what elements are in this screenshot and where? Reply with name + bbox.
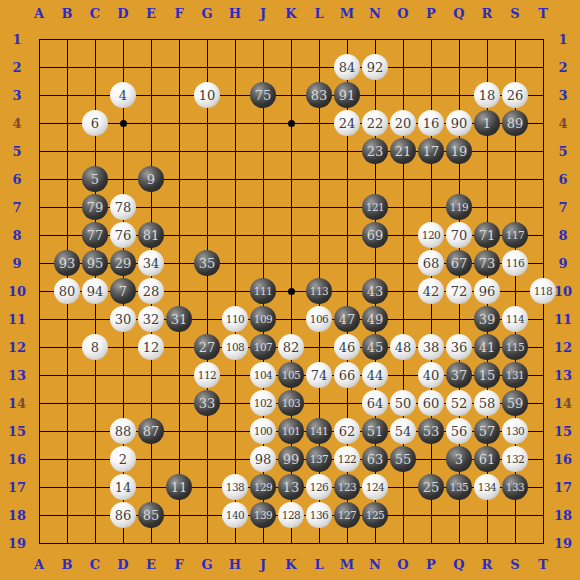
black-stone-E8[interactable]: 81 (138, 222, 164, 248)
black-stone-J11[interactable]: 109 (250, 306, 276, 332)
row-label-digit: 1 (8, 452, 17, 467)
black-stone-L3[interactable]: 83 (306, 82, 332, 108)
white-stone-J16[interactable]: 98 (250, 446, 276, 472)
stone-move-number: 61 (479, 452, 496, 467)
row-label-digit: 5 (17, 424, 26, 439)
white-stone-G13[interactable]: 112 (194, 362, 220, 388)
col-label-top: F (165, 5, 193, 22)
row-label-digit: 9 (12, 256, 21, 271)
row-label-right: 17 (546, 479, 580, 496)
stone-move-number: 34 (143, 256, 160, 271)
white-stone-R17[interactable]: 134 (474, 474, 500, 500)
stone-move-number: 13 (283, 480, 300, 495)
row-label-right: 19 (546, 535, 580, 552)
white-stone-M15[interactable]: 62 (334, 418, 360, 444)
col-label-bottom: F (165, 556, 193, 573)
white-stone-D8[interactable]: 76 (110, 222, 136, 248)
stone-move-number: 21 (395, 144, 412, 159)
black-stone-L16[interactable]: 137 (306, 446, 332, 472)
stone-move-number: 117 (506, 229, 525, 241)
stone-move-number: 60 (423, 396, 440, 411)
black-stone-O16[interactable]: 55 (390, 446, 416, 472)
stone-move-number: 87 (143, 424, 160, 439)
row-label-digit: 1 (8, 424, 17, 439)
stone-move-number: 1 (483, 116, 491, 131)
white-stone-Q8[interactable]: 70 (446, 222, 472, 248)
black-stone-S12[interactable]: 115 (502, 334, 528, 360)
white-stone-G3[interactable]: 10 (194, 82, 220, 108)
stone-move-number: 101 (282, 425, 301, 437)
stone-move-number: 43 (367, 284, 384, 299)
white-stone-T10[interactable]: 118 (530, 278, 556, 304)
black-stone-Q13[interactable]: 37 (446, 362, 472, 388)
stone-move-number: 121 (366, 201, 385, 213)
row-label-digit: 8 (17, 508, 26, 523)
stone-move-number: 76 (115, 228, 132, 243)
col-label-top: N (361, 5, 389, 22)
stone-move-number: 32 (143, 312, 160, 327)
row-label-digit: 1 (8, 508, 17, 523)
white-stone-L13[interactable]: 74 (306, 362, 332, 388)
stone-move-number: 64 (367, 396, 384, 411)
white-stone-M4[interactable]: 24 (334, 110, 360, 136)
row-label-digit: 1 (8, 340, 17, 355)
stone-move-number: 112 (198, 369, 217, 381)
row-label-left: 10 (0, 283, 34, 300)
white-stone-K18[interactable]: 128 (278, 502, 304, 528)
col-label-bottom: Q (445, 556, 473, 573)
black-stone-N15[interactable]: 51 (362, 418, 388, 444)
stone-move-number: 132 (506, 453, 525, 465)
row-label-left: 12 (0, 339, 34, 356)
col-label-bottom: G (193, 556, 221, 573)
black-stone-F11[interactable]: 31 (166, 306, 192, 332)
stone-move-number: 116 (506, 257, 525, 269)
stone-move-number: 108 (226, 341, 245, 353)
black-stone-S14[interactable]: 59 (502, 390, 528, 416)
white-stone-N13[interactable]: 44 (362, 362, 388, 388)
stone-move-number: 133 (506, 481, 525, 493)
white-stone-R3[interactable]: 18 (474, 82, 500, 108)
stone-move-number: 119 (450, 201, 469, 213)
white-stone-S16[interactable]: 132 (502, 446, 528, 472)
stone-move-number: 31 (171, 312, 188, 327)
black-stone-R13[interactable]: 15 (474, 362, 500, 388)
black-stone-N7[interactable]: 121 (362, 194, 388, 220)
stone-move-number: 130 (506, 425, 525, 437)
black-stone-N12[interactable]: 45 (362, 334, 388, 360)
col-label-top: M (333, 5, 361, 22)
black-stone-B9[interactable]: 93 (54, 250, 80, 276)
stone-move-number: 125 (366, 509, 385, 521)
stone-move-number: 70 (451, 228, 468, 243)
stone-move-number: 46 (339, 340, 356, 355)
row-label-digit: 1 (8, 536, 17, 551)
black-stone-S17[interactable]: 133 (502, 474, 528, 500)
black-stone-J10[interactable]: 111 (250, 278, 276, 304)
stone-move-number: 118 (534, 285, 553, 297)
row-label-digit: 2 (17, 340, 26, 355)
white-stone-L18[interactable]: 136 (306, 502, 332, 528)
white-stone-P12[interactable]: 38 (418, 334, 444, 360)
black-stone-D9[interactable]: 29 (110, 250, 136, 276)
white-stone-E10[interactable]: 28 (138, 278, 164, 304)
row-label-right: 6 (546, 171, 580, 188)
black-stone-J17[interactable]: 129 (250, 474, 276, 500)
black-stone-S13[interactable]: 131 (502, 362, 528, 388)
black-stone-K16[interactable]: 99 (278, 446, 304, 472)
stone-move-number: 111 (254, 285, 273, 297)
white-stone-D7[interactable]: 78 (110, 194, 136, 220)
black-stone-K17[interactable]: 13 (278, 474, 304, 500)
row-label-digit: 1 (554, 480, 563, 495)
black-stone-S4[interactable]: 89 (502, 110, 528, 136)
white-stone-Q15[interactable]: 56 (446, 418, 472, 444)
white-stone-J13[interactable]: 104 (250, 362, 276, 388)
stone-move-number: 140 (226, 509, 245, 521)
white-stone-S15[interactable]: 130 (502, 418, 528, 444)
black-stone-Q9[interactable]: 67 (446, 250, 472, 276)
row-label-right: 13 (546, 367, 580, 384)
black-stone-C7[interactable]: 79 (82, 194, 108, 220)
stone-move-number: 80 (59, 284, 76, 299)
stone-move-number: 96 (479, 284, 496, 299)
stone-move-number: 24 (339, 116, 356, 131)
white-stone-P8[interactable]: 120 (418, 222, 444, 248)
white-stone-R10[interactable]: 96 (474, 278, 500, 304)
white-stone-N17[interactable]: 124 (362, 474, 388, 500)
col-label-top: T (529, 5, 557, 22)
white-stone-N14[interactable]: 64 (362, 390, 388, 416)
col-label-bottom: A (25, 556, 53, 573)
black-stone-J3[interactable]: 75 (250, 82, 276, 108)
row-label-left: 3 (0, 87, 34, 104)
stone-move-number: 50 (395, 396, 412, 411)
stone-move-number: 55 (395, 452, 412, 467)
white-stone-K12[interactable]: 82 (278, 334, 304, 360)
row-label-left: 14 (0, 395, 34, 412)
stone-move-number: 135 (450, 481, 469, 493)
stone-move-number: 131 (506, 369, 525, 381)
white-stone-D16[interactable]: 2 (110, 446, 136, 472)
white-stone-H18[interactable]: 140 (222, 502, 248, 528)
black-stone-K14[interactable]: 103 (278, 390, 304, 416)
stone-move-number: 126 (310, 481, 329, 493)
white-stone-Q4[interactable]: 90 (446, 110, 472, 136)
col-label-top: L (305, 5, 333, 22)
row-label-digit: 1 (554, 396, 563, 411)
white-stone-O4[interactable]: 20 (390, 110, 416, 136)
black-stone-C6[interactable]: 5 (82, 166, 108, 192)
white-stone-M12[interactable]: 46 (334, 334, 360, 360)
row-label-digit: 1 (8, 480, 17, 495)
stone-move-number: 7 (119, 284, 127, 299)
stone-move-number: 27 (199, 340, 216, 355)
row-label-right: 1 (546, 31, 580, 48)
white-stone-H17[interactable]: 138 (222, 474, 248, 500)
stone-move-number: 44 (367, 368, 384, 383)
white-stone-P14[interactable]: 60 (418, 390, 444, 416)
stone-move-number: 102 (254, 397, 273, 409)
col-label-top: K (277, 5, 305, 22)
row-label-digit: 1 (554, 452, 563, 467)
white-stone-B10[interactable]: 80 (54, 278, 80, 304)
row-label-digit: 1 (554, 312, 563, 327)
row-label-digit: 1 (554, 424, 563, 439)
black-stone-M17[interactable]: 123 (334, 474, 360, 500)
black-stone-F17[interactable]: 11 (166, 474, 192, 500)
row-label-digit: 2 (558, 60, 567, 75)
black-stone-G14[interactable]: 33 (194, 390, 220, 416)
black-stone-R16[interactable]: 61 (474, 446, 500, 472)
white-stone-D3[interactable]: 4 (110, 82, 136, 108)
stone-move-number: 78 (115, 200, 132, 215)
black-stone-L10[interactable]: 113 (306, 278, 332, 304)
col-label-bottom: R (473, 556, 501, 573)
black-stone-N8[interactable]: 69 (362, 222, 388, 248)
stone-move-number: 82 (283, 340, 300, 355)
stone-move-number: 3 (455, 452, 463, 467)
stone-move-number: 136 (310, 509, 329, 521)
black-stone-C8[interactable]: 77 (82, 222, 108, 248)
black-stone-P15[interactable]: 53 (418, 418, 444, 444)
row-label-digit: 1 (554, 340, 563, 355)
row-label-digit: 1 (563, 312, 572, 327)
black-stone-J12[interactable]: 107 (250, 334, 276, 360)
stone-move-number: 68 (423, 256, 440, 271)
stone-move-number: 63 (367, 452, 384, 467)
stone-move-number: 141 (310, 425, 329, 437)
black-stone-Q17[interactable]: 135 (446, 474, 472, 500)
white-stone-D17[interactable]: 14 (110, 474, 136, 500)
stone-move-number: 12 (143, 340, 160, 355)
stone-move-number: 71 (479, 228, 496, 243)
row-label-digit: 0 (17, 284, 26, 299)
row-label-left: 11 (0, 311, 34, 328)
black-stone-R9[interactable]: 73 (474, 250, 500, 276)
white-stone-C12[interactable]: 8 (82, 334, 108, 360)
white-stone-R14[interactable]: 58 (474, 390, 500, 416)
white-stone-H11[interactable]: 110 (222, 306, 248, 332)
stone-move-number: 104 (254, 369, 273, 381)
white-stone-O15[interactable]: 54 (390, 418, 416, 444)
black-stone-S8[interactable]: 117 (502, 222, 528, 248)
stone-move-number: 99 (283, 452, 300, 467)
white-stone-N2[interactable]: 92 (362, 54, 388, 80)
stone-move-number: 37 (451, 368, 468, 383)
white-stone-J14[interactable]: 102 (250, 390, 276, 416)
row-label-digit: 7 (558, 200, 567, 215)
stone-move-number: 91 (339, 88, 356, 103)
stone-move-number: 115 (506, 341, 525, 353)
black-stone-M11[interactable]: 47 (334, 306, 360, 332)
stone-move-number: 113 (310, 285, 329, 297)
row-label-digit: 9 (17, 536, 26, 551)
stone-move-number: 89 (507, 116, 524, 131)
stone-move-number: 75 (255, 88, 272, 103)
row-label-left: 17 (0, 479, 34, 496)
white-stone-C10[interactable]: 94 (82, 278, 108, 304)
white-stone-D18[interactable]: 86 (110, 502, 136, 528)
black-stone-O5[interactable]: 21 (390, 138, 416, 164)
row-label-left: 13 (0, 367, 34, 384)
stone-move-number: 52 (451, 396, 468, 411)
row-label-left: 1 (0, 31, 34, 48)
row-label-digit: 8 (558, 228, 567, 243)
row-label-right: 2 (546, 59, 580, 76)
black-stone-R4[interactable]: 1 (474, 110, 500, 136)
stone-move-number: 42 (423, 284, 440, 299)
black-stone-J18[interactable]: 139 (250, 502, 276, 528)
white-stone-E12[interactable]: 12 (138, 334, 164, 360)
row-label-digit: 2 (12, 60, 21, 75)
white-stone-L11[interactable]: 106 (306, 306, 332, 332)
black-stone-N18[interactable]: 125 (362, 502, 388, 528)
white-stone-O14[interactable]: 50 (390, 390, 416, 416)
black-stone-G12[interactable]: 27 (194, 334, 220, 360)
black-stone-K13[interactable]: 105 (278, 362, 304, 388)
white-stone-P4[interactable]: 16 (418, 110, 444, 136)
black-stone-Q16[interactable]: 3 (446, 446, 472, 472)
row-label-left: 16 (0, 451, 34, 468)
row-label-right: 12 (546, 339, 580, 356)
col-label-top: O (389, 5, 417, 22)
white-stone-C4[interactable]: 6 (82, 110, 108, 136)
black-stone-R11[interactable]: 39 (474, 306, 500, 332)
col-label-bottom: O (389, 556, 417, 573)
white-stone-D11[interactable]: 30 (110, 306, 136, 332)
row-label-left: 5 (0, 143, 34, 160)
white-stone-J15[interactable]: 100 (250, 418, 276, 444)
col-label-bottom: B (53, 556, 81, 573)
white-stone-P13[interactable]: 40 (418, 362, 444, 388)
stone-move-number: 36 (451, 340, 468, 355)
white-stone-E9[interactable]: 34 (138, 250, 164, 276)
col-label-top: B (53, 5, 81, 22)
stone-move-number: 79 (87, 200, 104, 215)
col-label-top: P (417, 5, 445, 22)
row-label-left: 15 (0, 423, 34, 440)
black-stone-M3[interactable]: 91 (334, 82, 360, 108)
stone-move-number: 90 (451, 116, 468, 131)
white-stone-H12[interactable]: 108 (222, 334, 248, 360)
black-stone-M18[interactable]: 127 (334, 502, 360, 528)
stone-move-number: 17 (423, 144, 440, 159)
black-stone-P5[interactable]: 17 (418, 138, 444, 164)
white-stone-P9[interactable]: 68 (418, 250, 444, 276)
stone-move-number: 128 (282, 509, 301, 521)
black-stone-E6[interactable]: 9 (138, 166, 164, 192)
stone-move-number: 51 (367, 424, 384, 439)
black-stone-D10[interactable]: 7 (110, 278, 136, 304)
stone-move-number: 66 (339, 368, 356, 383)
row-label-digit: 7 (563, 480, 572, 495)
black-stone-R8[interactable]: 71 (474, 222, 500, 248)
black-stone-L15[interactable]: 141 (306, 418, 332, 444)
white-stone-L17[interactable]: 126 (306, 474, 332, 500)
white-stone-P10[interactable]: 42 (418, 278, 444, 304)
black-stone-R15[interactable]: 57 (474, 418, 500, 444)
col-label-top: S (501, 5, 529, 22)
stone-move-number: 14 (115, 480, 132, 495)
black-stone-C9[interactable]: 95 (82, 250, 108, 276)
row-label-left: 6 (0, 171, 34, 188)
black-stone-N16[interactable]: 63 (362, 446, 388, 472)
white-stone-S11[interactable]: 114 (502, 306, 528, 332)
white-stone-Q10[interactable]: 72 (446, 278, 472, 304)
black-stone-Q7[interactable]: 119 (446, 194, 472, 220)
white-stone-M2[interactable]: 84 (334, 54, 360, 80)
white-stone-E11[interactable]: 32 (138, 306, 164, 332)
stone-move-number: 88 (115, 424, 132, 439)
col-label-bottom: H (221, 556, 249, 573)
black-stone-N5[interactable]: 23 (362, 138, 388, 164)
row-label-right: 5 (546, 143, 580, 160)
black-stone-N11[interactable]: 49 (362, 306, 388, 332)
black-stone-Q5[interactable]: 19 (446, 138, 472, 164)
stone-move-number: 74 (311, 368, 328, 383)
white-stone-Q14[interactable]: 52 (446, 390, 472, 416)
black-stone-E15[interactable]: 87 (138, 418, 164, 444)
white-stone-M13[interactable]: 66 (334, 362, 360, 388)
row-label-digit: 7 (17, 480, 26, 495)
stone-move-number: 103 (282, 397, 301, 409)
col-label-bottom: J (249, 556, 277, 573)
black-stone-K15[interactable]: 101 (278, 418, 304, 444)
col-label-top: J (249, 5, 277, 22)
col-label-bottom: N (361, 556, 389, 573)
col-label-bottom: C (81, 556, 109, 573)
row-label-right: 16 (546, 451, 580, 468)
row-label-digit: 6 (12, 172, 21, 187)
row-label-digit: 1 (17, 312, 26, 327)
black-stone-N10[interactable]: 43 (362, 278, 388, 304)
stone-move-number: 8 (91, 340, 99, 355)
row-label-digit: 3 (563, 368, 572, 383)
white-stone-N4[interactable]: 22 (362, 110, 388, 136)
row-label-left: 7 (0, 199, 34, 216)
stone-move-number: 137 (310, 453, 329, 465)
row-label-digit: 1 (558, 32, 567, 47)
white-stone-D15[interactable]: 88 (110, 418, 136, 444)
white-stone-S3[interactable]: 26 (502, 82, 528, 108)
white-stone-Q12[interactable]: 36 (446, 334, 472, 360)
row-label-digit: 1 (8, 368, 17, 383)
white-stone-M16[interactable]: 122 (334, 446, 360, 472)
row-label-digit: 1 (554, 536, 563, 551)
stone-move-number: 40 (423, 368, 440, 383)
row-label-digit: 3 (12, 88, 21, 103)
go-board-diagram: AABBCCDDEEFFGGHHJJKKLLMMNNOOPPQQRRSSTT11… (0, 0, 580, 580)
black-stone-R12[interactable]: 41 (474, 334, 500, 360)
stone-move-number: 22 (367, 116, 384, 131)
stone-move-number: 23 (367, 144, 384, 159)
stone-move-number: 9 (147, 172, 155, 187)
row-label-digit: 2 (563, 340, 572, 355)
row-label-digit: 1 (8, 312, 17, 327)
col-label-bottom: P (417, 556, 445, 573)
stone-move-number: 98 (255, 452, 272, 467)
white-stone-O12[interactable]: 48 (390, 334, 416, 360)
stone-move-number: 106 (310, 313, 329, 325)
stone-move-number: 83 (311, 88, 328, 103)
black-stone-E18[interactable]: 85 (138, 502, 164, 528)
white-stone-S9[interactable]: 116 (502, 250, 528, 276)
stone-move-number: 5 (91, 172, 99, 187)
star-point (288, 120, 295, 127)
black-stone-P17[interactable]: 25 (418, 474, 444, 500)
black-stone-G9[interactable]: 35 (194, 250, 220, 276)
